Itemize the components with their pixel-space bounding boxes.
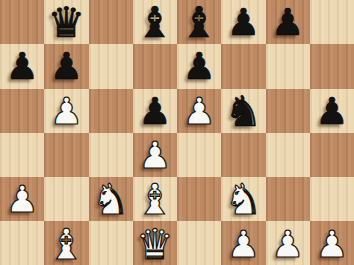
white-pawn[interactable]: ♟ [50, 88, 83, 134]
square-d6[interactable] [133, 44, 177, 88]
square-f7[interactable]: ♟ [221, 0, 265, 44]
square-a6[interactable]: ♟ [0, 44, 44, 88]
black-pawn[interactable]: ♟ [6, 43, 39, 89]
black-pawn[interactable]: ♟ [138, 88, 171, 134]
square-a4[interactable] [0, 133, 44, 177]
white-pawn[interactable]: ♟ [315, 221, 348, 265]
square-f5[interactable]: ♞ [221, 89, 265, 133]
square-h3[interactable] [310, 177, 354, 221]
black-pawn[interactable]: ♟ [271, 0, 304, 45]
square-a3[interactable]: ♟ [0, 177, 44, 221]
square-g5[interactable] [266, 89, 310, 133]
square-h2[interactable]: ♟ [310, 221, 354, 265]
black-bishop[interactable]: ♝ [136, 0, 174, 45]
square-h7[interactable] [310, 0, 354, 44]
white-pawn[interactable]: ♟ [271, 221, 304, 265]
square-d3[interactable]: ♝ [133, 177, 177, 221]
white-pawn[interactable]: ♟ [183, 88, 216, 134]
white-bishop[interactable]: ♝ [48, 221, 86, 265]
square-f4[interactable] [221, 133, 265, 177]
black-pawn[interactable]: ♟ [227, 0, 260, 45]
square-b2[interactable]: ♝ [44, 221, 88, 265]
square-f2[interactable]: ♟ [221, 221, 265, 265]
square-d5[interactable]: ♟ [133, 89, 177, 133]
square-h5[interactable]: ♟ [310, 89, 354, 133]
white-pawn[interactable]: ♟ [227, 221, 260, 265]
white-pawn[interactable]: ♟ [6, 176, 39, 222]
square-b6[interactable]: ♟ [44, 44, 88, 88]
square-g2[interactable]: ♟ [266, 221, 310, 265]
square-f3[interactable]: ♞ [221, 177, 265, 221]
square-b4[interactable] [44, 133, 88, 177]
square-a7[interactable] [0, 0, 44, 44]
black-pawn[interactable]: ♟ [315, 88, 348, 134]
square-d4[interactable]: ♟ [133, 133, 177, 177]
square-e5[interactable]: ♟ [177, 89, 221, 133]
black-pawn[interactable]: ♟ [50, 43, 83, 89]
board-viewport: ♛♝♝♟♟♟♟♟♟♟♟♞♟♟♟♞♝♞♝♛♟♟♟ [0, 0, 354, 265]
square-b3[interactable] [44, 177, 88, 221]
square-g6[interactable] [266, 44, 310, 88]
square-c6[interactable] [89, 44, 133, 88]
square-h6[interactable] [310, 44, 354, 88]
square-e2[interactable] [177, 221, 221, 265]
square-g7[interactable]: ♟ [266, 0, 310, 44]
square-c7[interactable] [89, 0, 133, 44]
square-c3[interactable]: ♞ [89, 177, 133, 221]
square-e6[interactable]: ♟ [177, 44, 221, 88]
white-bishop[interactable]: ♝ [136, 176, 174, 222]
square-a2[interactable] [0, 221, 44, 265]
square-e4[interactable] [177, 133, 221, 177]
square-d7[interactable]: ♝ [133, 0, 177, 44]
square-b5[interactable]: ♟ [44, 89, 88, 133]
white-knight[interactable]: ♞ [92, 176, 130, 222]
square-h4[interactable] [310, 133, 354, 177]
square-g3[interactable] [266, 177, 310, 221]
square-e7[interactable]: ♝ [177, 0, 221, 44]
square-c4[interactable] [89, 133, 133, 177]
white-knight[interactable]: ♞ [225, 176, 263, 222]
square-b7[interactable]: ♛ [44, 0, 88, 44]
white-queen[interactable]: ♛ [136, 221, 174, 265]
black-queen[interactable]: ♛ [48, 0, 86, 45]
black-knight[interactable]: ♞ [225, 88, 263, 134]
black-pawn[interactable]: ♟ [183, 43, 216, 89]
square-c2[interactable] [89, 221, 133, 265]
square-a5[interactable] [0, 89, 44, 133]
square-g4[interactable] [266, 133, 310, 177]
white-pawn[interactable]: ♟ [138, 132, 171, 178]
square-c5[interactable] [89, 89, 133, 133]
square-f6[interactable] [221, 44, 265, 88]
square-d2[interactable]: ♛ [133, 221, 177, 265]
black-bishop[interactable]: ♝ [180, 0, 218, 45]
square-e3[interactable] [177, 177, 221, 221]
chess-board: ♛♝♝♟♟♟♟♟♟♟♟♞♟♟♟♞♝♞♝♛♟♟♟ [0, 0, 354, 265]
